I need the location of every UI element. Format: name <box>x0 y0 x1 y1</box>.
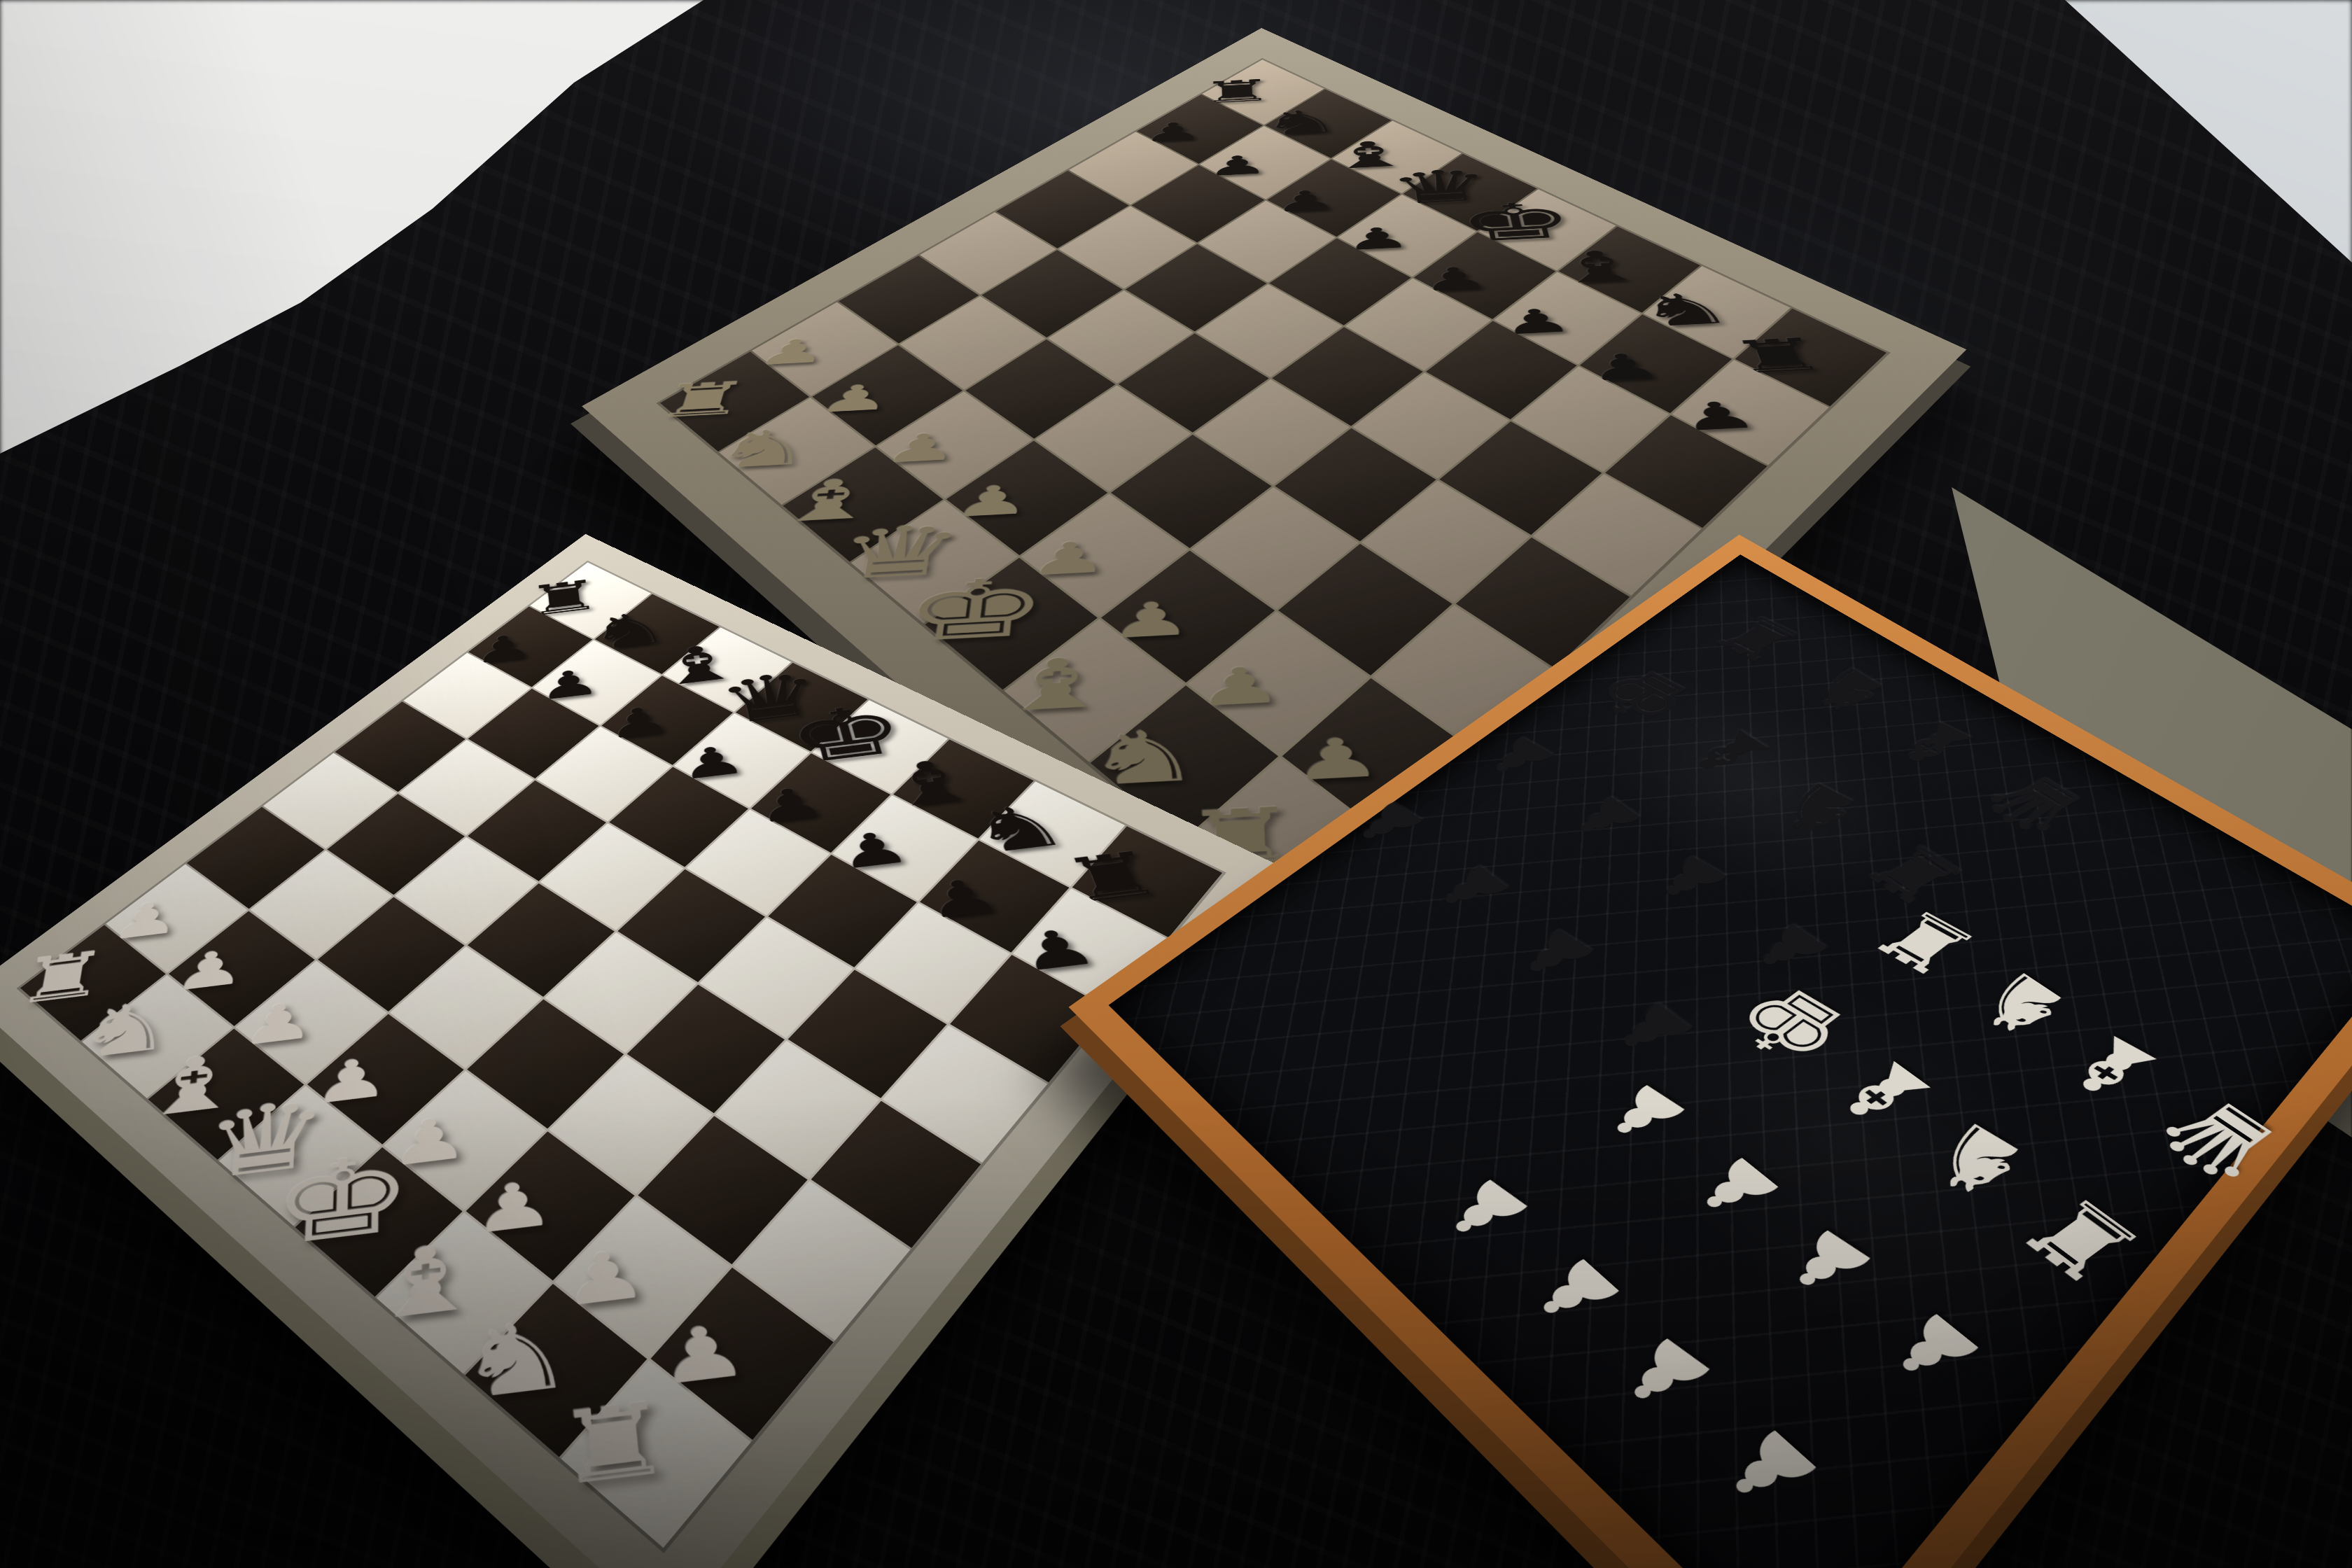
chess-piece-black-pawn: ♟ <box>1583 348 1667 386</box>
chess-piece-black-pawn: ♟ <box>1418 262 1492 296</box>
chess-piece-black-knight: ♞ <box>586 604 673 658</box>
chess-piece-white-rook: ♜ <box>552 1388 679 1501</box>
square: ♟ <box>1267 160 1400 237</box>
square: ♞ <box>1265 90 1391 158</box>
square <box>839 255 979 343</box>
chess-piece-black-pawn: ♟ <box>752 780 829 829</box>
square <box>468 780 606 881</box>
chess-piece-black-knight: ♞ <box>962 794 1077 864</box>
chess-piece-black-bishop: ♝ <box>651 636 746 694</box>
square: ♟ <box>468 606 592 687</box>
chess-piece-white-rook: ♜ <box>650 375 756 425</box>
square <box>920 212 1056 295</box>
chess-piece-black-pawn: ♟ <box>472 628 535 669</box>
stored-piece-black-king: ♚ <box>1573 657 1713 736</box>
stored-piece-black-bishop: ♝ <box>1872 708 1997 781</box>
square: ♚ <box>812 700 948 794</box>
chess-piece-black-rook: ♜ <box>1055 843 1171 913</box>
square: ♟ <box>1200 126 1330 199</box>
chess-piece-black-pawn: ♟ <box>675 738 749 786</box>
square: ♜ <box>530 562 651 638</box>
chess-piece-white-pawn: ♟ <box>814 379 895 418</box>
stored-piece-white-pawn: ♟ <box>1865 1297 2000 1401</box>
square <box>1069 132 1198 204</box>
tray-slot: ♝ <box>1834 687 2042 807</box>
square: ♟ <box>1414 232 1556 319</box>
square: ♟ <box>920 841 1069 953</box>
square: ♛ <box>1403 154 1536 231</box>
square <box>686 809 829 915</box>
square: ♞ <box>595 594 720 674</box>
stored-piece-white-rook: ♜ <box>2001 1181 2164 1300</box>
stored-piece-black-rook: ♜ <box>1849 833 1984 917</box>
stored-piece-white-pawn: ♟ <box>1511 1243 1641 1341</box>
porcelain-chess-board: ♜♞♝♛♚♝♞♜♟♟♟♟♟♟♟♟♟♟♟♟♟♟♟♟♜♞♝♛♚♝♞♜ <box>147 462 1085 1400</box>
chess-piece-white-bishop: ♝ <box>367 1229 486 1335</box>
square <box>327 794 465 895</box>
square: ♟ <box>1137 94 1263 164</box>
square <box>404 653 531 738</box>
chess-piece-white-pawn: ♟ <box>107 893 183 947</box>
square: ♟ <box>833 795 977 901</box>
chess-piece-black-pawn: ♟ <box>1273 185 1339 216</box>
chess-piece-black-pawn: ♟ <box>536 663 603 706</box>
chess-piece-black-pawn: ♟ <box>604 699 674 744</box>
square: ♞ <box>1644 266 1791 358</box>
tray-slot: ♟ <box>1283 763 1498 892</box>
tray-slot: ♞ <box>1907 933 2132 1081</box>
square: ♟ <box>601 675 733 764</box>
square <box>982 250 1123 337</box>
square: ♟ <box>1338 195 1476 276</box>
square: ♛ <box>736 663 867 752</box>
stored-piece-white-pawn: ♟ <box>1698 1412 1839 1526</box>
stored-piece-black-pawn: ♟ <box>1637 846 1744 913</box>
square <box>187 807 324 909</box>
chess-piece-black-pawn: ♟ <box>833 824 916 876</box>
stored-piece-black-pawn: ♟ <box>1500 919 1611 991</box>
square: ♟ <box>751 753 891 853</box>
stored-piece-white-pawn: ♟ <box>1674 1144 1798 1233</box>
tray-slot: ♟ <box>1583 815 1805 953</box>
square <box>1426 321 1577 419</box>
square <box>1132 165 1265 242</box>
stored-piece-black-pawn: ♟ <box>1336 792 1440 855</box>
square: ♚ <box>1478 189 1616 270</box>
chess-piece-black-bishop: ♝ <box>1324 135 1415 175</box>
chess-piece-black-queen: ♛ <box>713 662 830 734</box>
chess-piece-white-rook: ♜ <box>10 942 113 1014</box>
stored-piece-black-pawn: ♟ <box>1418 855 1525 923</box>
tray-slot: ♟ <box>1419 701 1627 822</box>
tray-slot: ♞ <box>1713 749 1928 878</box>
stored-piece-black-bishop: ♝ <box>1667 716 1794 790</box>
square <box>468 689 599 778</box>
chess-piece-black-knight: ♞ <box>1632 286 1740 334</box>
square <box>536 727 671 821</box>
square: ♟ <box>674 713 809 807</box>
square <box>1345 278 1492 370</box>
chess-piece-black-king: ♚ <box>1453 194 1581 250</box>
tray-slot: ♟ <box>1498 756 1713 885</box>
square: ♝ <box>1558 226 1700 312</box>
tray-slot: ♝ <box>1627 694 1835 815</box>
square: ♝ <box>1332 120 1462 193</box>
tray-slot: ♚ <box>1546 643 1746 755</box>
stored-piece-black-knight: ♞ <box>1752 771 1882 849</box>
square <box>250 850 392 958</box>
square <box>540 823 683 930</box>
square <box>1270 238 1411 325</box>
square <box>395 837 538 944</box>
chess-piece-black-king: ♚ <box>780 694 915 776</box>
chess-piece-black-queen: ♛ <box>1385 162 1497 211</box>
square <box>263 753 397 849</box>
tray-slot: ♞ <box>1746 636 1947 749</box>
tray-slot: ♟ <box>1361 822 1583 960</box>
storage-tray: ♜♞♝♛♚♝♞♜♟♟♟♟♟♟♟♟ ♜♞♝♛♚♝♞♜♟♟♟♟♟♟♟♟ <box>1274 483 2254 1463</box>
stored-piece-black-pawn: ♟ <box>1469 729 1569 787</box>
stored-piece-black-pawn: ♟ <box>1553 787 1657 850</box>
chess-piece-black-rook: ♜ <box>524 573 604 623</box>
chess-piece-black-bishop: ♝ <box>876 750 988 818</box>
square <box>400 740 534 835</box>
chess-piece-black-pawn: ♟ <box>1206 151 1270 181</box>
square <box>1048 290 1193 384</box>
square: ♜ <box>1202 59 1324 125</box>
square: ♝ <box>893 740 1033 839</box>
tray-slot: ♛ <box>1928 742 2143 870</box>
chess-piece-black-rook: ♜ <box>1199 75 1275 108</box>
tray-black-piece-group: ♜♞♝♛♚♝♞♜♟♟♟♟♟♟♟♟ <box>1283 588 2143 1112</box>
square <box>609 766 748 867</box>
square <box>900 296 1045 389</box>
stored-piece-black-knight: ♞ <box>1786 657 1908 726</box>
chess-piece-black-pawn: ♟ <box>1343 223 1413 255</box>
stored-piece-black-rook: ♜ <box>1700 606 1819 671</box>
chess-piece-black-pawn: ♟ <box>1498 303 1576 339</box>
square: ♟ <box>1494 272 1641 365</box>
chess-piece-black-pawn: ♟ <box>1674 395 1763 437</box>
square: ♝ <box>663 627 791 711</box>
square: ♟ <box>533 640 661 724</box>
square <box>467 883 614 997</box>
stored-piece-white-knight: ♞ <box>1898 1106 2053 1217</box>
chess-piece-black-pawn: ♟ <box>1142 118 1204 146</box>
stored-piece-black-queen: ♛ <box>1960 760 2110 850</box>
square <box>996 171 1128 248</box>
square <box>1198 201 1336 283</box>
porcelain-board-squares: ♜♞♝♛♚♝♞♜♟♟♟♟♟♟♟♟♟♟♟♟♟♟♟♟♜♞♝♛♚♝♞♜ <box>20 562 1222 1548</box>
tray-fabric-lining: ♜♞♝♛♚♝♞♜♟♟♟♟♟♟♟♟ ♜♞♝♛♚♝♞♜♟♟♟♟♟♟♟♟ <box>1109 554 2352 1568</box>
stored-piece-white-pawn: ♟ <box>1597 1322 1731 1427</box>
chess-piece-black-knight: ♞ <box>1260 104 1343 141</box>
chess-piece-black-pawn: ♟ <box>919 871 1007 926</box>
tray-slot: ♜ <box>1665 588 1859 694</box>
stored-piece-white-knight: ♞ <box>1947 958 2093 1053</box>
stored-piece-white-pawn: ♟ <box>1422 1165 1548 1257</box>
square <box>1126 244 1267 332</box>
photo-scene: ♜♞♝♛♚♝♞♜♟♟♟♟♟♟♟♟♟♟♟♟♟♟♟♟♜♞♝♛♚♝♞♜ ♜♞♝♛♚♝♞… <box>0 0 2352 1568</box>
square <box>1059 206 1196 288</box>
stored-piece-white-pawn: ♟ <box>1763 1215 1891 1312</box>
square <box>1196 284 1342 377</box>
chess-piece-black-bishop: ♝ <box>1546 244 1652 290</box>
square <box>335 701 465 792</box>
tray-slot: ♜ <box>1805 808 2028 946</box>
